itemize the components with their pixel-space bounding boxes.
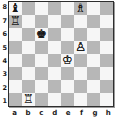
file-label-h: h xyxy=(102,108,115,118)
rank-label-6: 6 xyxy=(0,28,7,41)
square-h5[interactable] xyxy=(100,41,113,54)
square-b7[interactable] xyxy=(22,15,35,28)
square-h7[interactable] xyxy=(100,15,113,28)
file-label-d: d xyxy=(48,108,61,118)
white-bishop-piece: ♗ xyxy=(75,2,86,15)
square-g6[interactable] xyxy=(87,28,100,41)
square-f6[interactable] xyxy=(74,28,87,41)
square-f1[interactable] xyxy=(74,93,87,106)
square-f2[interactable] xyxy=(74,80,87,93)
square-a6[interactable] xyxy=(9,28,22,41)
rank-label-5: 5 xyxy=(0,41,7,54)
file-label-c: c xyxy=(35,108,48,118)
square-f4[interactable] xyxy=(74,54,87,67)
square-h8[interactable] xyxy=(100,2,113,15)
square-b4[interactable] xyxy=(22,54,35,67)
square-f8[interactable]: ♗ xyxy=(74,2,87,15)
square-e6[interactable] xyxy=(61,28,74,41)
square-c5[interactable] xyxy=(35,41,48,54)
square-a1[interactable] xyxy=(9,93,22,106)
square-e2[interactable] xyxy=(61,80,74,93)
square-d6[interactable] xyxy=(48,28,61,41)
square-d1[interactable] xyxy=(48,93,61,106)
square-a8[interactable]: ♝ xyxy=(9,2,22,15)
square-c1[interactable] xyxy=(35,93,48,106)
file-label-g: g xyxy=(88,108,101,118)
white-rook-piece: ♖ xyxy=(10,15,21,28)
square-h1[interactable] xyxy=(100,93,113,106)
square-a4[interactable] xyxy=(9,54,22,67)
rank-label-2: 2 xyxy=(0,81,7,94)
square-f3[interactable] xyxy=(74,67,87,80)
white-rook-piece: ♖ xyxy=(23,93,34,106)
square-e4[interactable]: ♔ xyxy=(61,54,74,67)
square-g7[interactable] xyxy=(87,15,100,28)
chess-diagram: 87654321 ♝♗♖♚♙♔♖ abcdefgh xyxy=(0,0,118,118)
black-bishop-piece: ♝ xyxy=(10,2,21,15)
square-e7[interactable] xyxy=(61,15,74,28)
file-label-f: f xyxy=(75,108,88,118)
square-c2[interactable] xyxy=(35,80,48,93)
square-b6[interactable] xyxy=(22,28,35,41)
square-b5[interactable] xyxy=(22,41,35,54)
square-c3[interactable] xyxy=(35,67,48,80)
file-label-a: a xyxy=(8,108,21,118)
square-g8[interactable] xyxy=(87,2,100,15)
square-e5[interactable] xyxy=(61,41,74,54)
file-label-e: e xyxy=(62,108,75,118)
square-c8[interactable] xyxy=(35,2,48,15)
square-c6[interactable]: ♚ xyxy=(35,28,48,41)
square-b3[interactable] xyxy=(22,67,35,80)
square-e1[interactable] xyxy=(61,93,74,106)
black-king-piece: ♚ xyxy=(36,28,47,41)
rank-label-3: 3 xyxy=(0,68,7,81)
square-c7[interactable] xyxy=(35,15,48,28)
square-c4[interactable] xyxy=(35,54,48,67)
square-a5[interactable] xyxy=(9,41,22,54)
square-g4[interactable] xyxy=(87,54,100,67)
square-d7[interactable] xyxy=(48,15,61,28)
white-pawn-piece: ♙ xyxy=(75,41,86,54)
square-b8[interactable] xyxy=(22,2,35,15)
board-frame: ♝♗♖♚♙♔♖ xyxy=(8,1,114,107)
square-a3[interactable] xyxy=(9,67,22,80)
rank-label-7: 7 xyxy=(0,14,7,27)
chess-board: ♝♗♖♚♙♔♖ xyxy=(9,2,113,106)
rank-labels: 87654321 xyxy=(0,1,7,108)
square-e8[interactable] xyxy=(61,2,74,15)
square-d3[interactable] xyxy=(48,67,61,80)
square-h2[interactable] xyxy=(100,80,113,93)
square-d8[interactable] xyxy=(48,2,61,15)
white-king-piece: ♔ xyxy=(62,54,73,67)
file-labels: abcdefgh xyxy=(8,108,115,118)
rank-label-4: 4 xyxy=(0,55,7,68)
square-d2[interactable] xyxy=(48,80,61,93)
square-d5[interactable] xyxy=(48,41,61,54)
square-b2[interactable] xyxy=(22,80,35,93)
square-h6[interactable] xyxy=(100,28,113,41)
square-f5[interactable]: ♙ xyxy=(74,41,87,54)
square-d4[interactable] xyxy=(48,54,61,67)
rank-label-1: 1 xyxy=(0,95,7,108)
square-g1[interactable] xyxy=(87,93,100,106)
square-g2[interactable] xyxy=(87,80,100,93)
square-f7[interactable] xyxy=(74,15,87,28)
square-g5[interactable] xyxy=(87,41,100,54)
square-e3[interactable] xyxy=(61,67,74,80)
square-g3[interactable] xyxy=(87,67,100,80)
file-label-b: b xyxy=(21,108,34,118)
square-a2[interactable] xyxy=(9,80,22,93)
square-b1[interactable]: ♖ xyxy=(22,93,35,106)
square-a7[interactable]: ♖ xyxy=(9,15,22,28)
square-h4[interactable] xyxy=(100,54,113,67)
square-h3[interactable] xyxy=(100,67,113,80)
rank-label-8: 8 xyxy=(0,1,7,14)
